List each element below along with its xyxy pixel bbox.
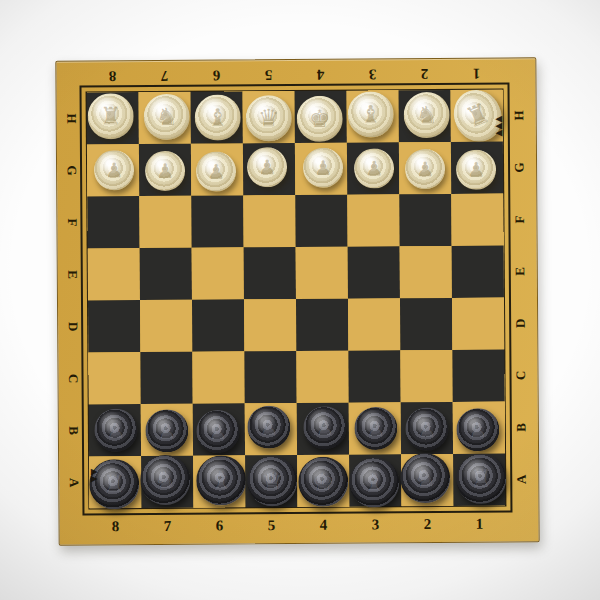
square-h3[interactable]: ♝ [347,90,399,142]
piece-white-queen[interactable]: ♛ [246,95,292,141]
coords-left: HGFEDCBA [57,92,89,508]
black-pawn-glyph: ♟ [418,419,436,439]
piece-white-pawn[interactable]: ♟ [94,150,134,190]
black-pawn-glyph: ♟ [367,418,385,438]
white-king-glyph: ♚ [309,107,331,131]
square-e3[interactable] [348,246,400,298]
square-a1[interactable]: ♜ [453,454,505,506]
square-h4[interactable]: ♚ [295,91,347,143]
piece-white-king[interactable]: ♚ [297,96,343,142]
square-e1[interactable] [452,246,504,298]
coord-bottom-3: 3 [349,507,401,541]
piece-black-pawn[interactable]: ♟ [354,407,397,450]
square-f8[interactable] [87,196,139,248]
white-pawn-glyph: ♟ [105,160,123,180]
piece-white-pawn[interactable]: ♟ [354,148,394,188]
coord-bottom-8: 8 [89,509,141,543]
white-bishop-glyph: ♝ [360,102,382,126]
white-rook-glyph: ♜ [462,99,493,133]
white-pawn-glyph: ♟ [314,158,332,178]
piece-black-pawn[interactable]: ♟ [405,407,448,450]
square-c8[interactable] [88,352,140,404]
white-rook-glyph: ♜ [100,104,122,128]
coord-top-2: 2 [398,59,450,89]
black-pawn-glyph: ♟ [107,420,125,440]
piece-black-pawn[interactable]: ♟ [247,406,290,449]
black-pawn-glyph: ♟ [316,418,334,438]
square-f1[interactable] [451,194,503,246]
piece-black-queen[interactable]: ♛ [247,456,297,506]
coord-top-1: 1 [450,59,502,89]
white-pawn-glyph: ♟ [207,162,225,182]
black-knight-glyph: ♞ [414,466,436,490]
coord-top-8: 8 [86,61,138,91]
coords-top: 87654321 [86,59,502,92]
square-c2[interactable] [400,350,452,402]
square-b4[interactable]: ♟ [297,403,349,455]
coords-right: HGFEDCBA [504,89,538,505]
square-a8[interactable]: ♜ [89,456,141,508]
square-c3[interactable] [348,350,400,402]
piece-white-pawn[interactable]: ♟ [456,150,496,190]
black-rook-glyph: ♜ [103,472,125,496]
square-e2[interactable] [400,246,452,298]
white-pawn-glyph: ♟ [467,160,485,180]
piece-black-pawn[interactable]: ♟ [303,406,346,449]
piece-white-pawn[interactable]: ♟ [196,151,236,191]
square-e4[interactable] [296,247,348,299]
black-pawn-glyph: ♟ [260,417,278,437]
square-h1[interactable]: ♜ [451,90,503,142]
black-rook-glyph: ♜ [470,467,492,491]
white-pawn-glyph: ♟ [365,158,383,178]
coord-bottom-4: 4 [297,508,349,542]
black-pawn-glyph: ♟ [209,421,227,441]
square-e6[interactable] [192,247,244,299]
square-g4[interactable]: ♟ [295,143,347,195]
piece-white-pawn[interactable]: ♟ [405,149,445,189]
square-h7[interactable]: ♞ [139,92,191,144]
piece-white-rook[interactable]: ♜ [88,93,134,139]
piece-white-bishop[interactable]: ♝ [348,91,394,137]
square-d2[interactable] [400,298,452,350]
black-bishop-glyph: ♝ [363,470,385,494]
coord-bottom-7: 7 [141,509,193,543]
piece-white-knight[interactable]: ♞ [404,92,450,138]
coords-bottom: 87654321 [89,507,505,544]
square-d1[interactable] [452,298,504,350]
coord-bottom-6: 6 [193,508,245,542]
black-bishop-glyph: ♝ [210,468,232,492]
piece-black-knight[interactable]: ♞ [400,453,450,503]
square-b5[interactable]: ♟ [245,403,297,455]
white-pawn-glyph: ♟ [258,157,276,177]
coord-top-3: 3 [346,59,398,89]
square-g5[interactable]: ♟ [243,143,295,195]
square-e5[interactable] [244,247,296,299]
square-f2[interactable] [399,194,451,246]
square-f6[interactable] [191,195,243,247]
square-d8[interactable] [88,300,140,352]
coord-bottom-2: 2 [401,507,453,541]
white-pawn-glyph: ♟ [416,159,434,179]
square-f3[interactable] [347,194,399,246]
coord-top-4: 4 [294,60,346,90]
square-f4[interactable] [295,195,347,247]
square-a7[interactable]: ♞ [141,456,193,508]
black-knight-glyph: ♞ [154,468,176,492]
square-c7[interactable] [140,352,192,404]
square-b2[interactable]: ♟ [401,402,453,454]
square-c1[interactable] [452,350,504,402]
white-pawn-glyph: ♟ [156,161,174,181]
square-c5[interactable] [244,351,296,403]
black-pawn-glyph: ♟ [158,421,176,441]
piece-white-pawn[interactable]: ♟ [247,147,287,187]
square-a6[interactable]: ♝ [193,455,245,507]
square-b7[interactable]: ♟ [141,404,193,456]
black-king-glyph: ♚ [312,470,334,494]
square-h6[interactable]: ♝ [191,91,243,143]
coord-top-7: 7 [138,61,190,91]
square-a4[interactable]: ♚ [297,455,349,507]
square-d3[interactable] [348,298,400,350]
piece-black-pawn[interactable]: ♟ [94,409,137,452]
piece-black-bishop[interactable]: ♝ [349,457,399,507]
playfield: ♜♞♝♛♚♝♞♜♟♟♟♟♟♟♟♟♟♟♟♟♟♟♟♟♜♞♝♛♚♝♞♜ ◀◀◀ ▶▶ [87,90,506,509]
piece-white-bishop[interactable]: ♝ [195,94,241,140]
square-g8[interactable]: ♟ [87,144,139,196]
piece-white-pawn[interactable]: ♟ [145,151,185,191]
square-e7[interactable] [140,248,192,300]
square-a5[interactable]: ♛ [245,455,297,507]
white-knight-glyph: ♞ [156,105,178,129]
black-pawn-glyph: ♟ [469,420,487,440]
coord-bottom-1: 1 [453,507,505,541]
piece-white-pawn[interactable]: ♟ [303,148,343,188]
square-g1[interactable]: ♟ [451,142,503,194]
square-f7[interactable] [139,196,191,248]
white-queen-glyph: ♛ [258,106,280,130]
square-a3[interactable]: ♝ [349,454,401,506]
square-b6[interactable]: ♟ [193,403,245,455]
square-e8[interactable] [88,248,140,300]
coord-top-6: 6 [190,60,242,90]
square-b8[interactable]: ♟ [89,404,141,456]
chess-board: 87654321 87654321 HGFEDCBA HGFEDCBA ♜♞♝♛… [55,57,539,545]
piece-white-rook[interactable]: ♜ [446,83,509,149]
square-g7[interactable]: ♟ [139,144,191,196]
square-c6[interactable] [192,351,244,403]
piece-black-rook[interactable]: ♜ [456,454,506,504]
piece-black-pawn[interactable]: ♟ [145,409,188,452]
piece-black-pawn[interactable]: ♟ [196,410,239,453]
square-a2[interactable]: ♞ [401,454,453,506]
square-d6[interactable] [192,299,244,351]
square-g6[interactable]: ♟ [191,143,243,195]
piece-black-bishop[interactable]: ♝ [196,455,246,505]
piece-black-rook[interactable]: ♜ [89,459,139,509]
board-grid: ♜♞♝♛♚♝♞♜♟♟♟♟♟♟♟♟♟♟♟♟♟♟♟♟♜♞♝♛♚♝♞♜ [87,90,506,509]
square-h5[interactable]: ♛ [243,91,295,143]
coord-top-5: 5 [242,60,294,90]
piece-black-pawn[interactable]: ♟ [456,408,499,451]
square-f5[interactable] [243,195,295,247]
photo-background: 87654321 87654321 HGFEDCBA HGFEDCBA ♜♞♝♛… [0,0,600,600]
square-c4[interactable] [296,351,348,403]
square-b3[interactable]: ♟ [349,402,401,454]
square-d5[interactable] [244,299,296,351]
square-b1[interactable]: ♟ [453,402,505,454]
black-queen-glyph: ♛ [261,469,283,493]
square-d4[interactable] [296,299,348,351]
square-g3[interactable]: ♟ [347,142,399,194]
white-knight-glyph: ♞ [416,103,438,127]
square-h2[interactable]: ♞ [399,90,451,142]
piece-black-king[interactable]: ♚ [298,457,348,507]
piece-black-knight[interactable]: ♞ [140,455,190,505]
square-g2[interactable]: ♟ [399,142,451,194]
square-h8[interactable]: ♜ [87,92,139,144]
piece-white-knight[interactable]: ♞ [144,94,190,140]
coord-bottom-5: 5 [245,508,297,542]
white-bishop-glyph: ♝ [207,105,229,129]
square-d7[interactable] [140,300,192,352]
